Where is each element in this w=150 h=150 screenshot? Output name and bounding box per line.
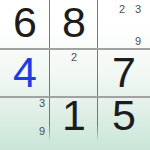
cell-r2-c2[interactable]: 5 bbox=[98, 97, 150, 138]
note-empty bbox=[114, 17, 130, 33]
cell-r1-c1[interactable]: 2 bbox=[50, 49, 98, 97]
given-digit: 5 bbox=[112, 94, 136, 142]
pencil-notes: 2 bbox=[50, 49, 98, 97]
note-2: 2 bbox=[66, 49, 82, 65]
note-empty bbox=[34, 111, 50, 125]
note-empty bbox=[50, 49, 66, 65]
note-empty bbox=[98, 33, 114, 49]
given-digit: 1 bbox=[62, 94, 86, 142]
note-empty bbox=[98, 1, 114, 17]
note-empty bbox=[82, 65, 98, 81]
given-digit: 7 bbox=[112, 51, 136, 95]
given-digit: 8 bbox=[62, 1, 86, 48]
note-empty bbox=[2, 97, 18, 111]
cell-r2-c1[interactable]: 1 bbox=[50, 97, 98, 138]
given-digit: 6 bbox=[13, 1, 37, 48]
user-digit: 4 bbox=[13, 51, 37, 95]
note-9: 9 bbox=[130, 33, 146, 49]
note-empty bbox=[50, 65, 66, 81]
note-empty bbox=[114, 33, 130, 49]
note-empty bbox=[18, 111, 34, 125]
cell-r1-c2[interactable]: 7 bbox=[98, 49, 150, 97]
note-3: 3 bbox=[34, 97, 50, 111]
note-empty bbox=[130, 17, 146, 33]
cell-r0-c1[interactable]: 8 bbox=[50, 0, 98, 49]
note-3: 3 bbox=[130, 1, 146, 17]
note-9: 9 bbox=[34, 124, 50, 138]
pencil-notes: 39 bbox=[2, 97, 50, 138]
pencil-notes: 239 bbox=[98, 1, 146, 49]
note-empty bbox=[98, 17, 114, 33]
note-empty bbox=[2, 124, 18, 138]
note-empty bbox=[2, 111, 18, 125]
cell-r0-c2[interactable]: 239 bbox=[98, 0, 150, 49]
cell-r2-c0[interactable]: 39 bbox=[0, 97, 50, 138]
note-empty bbox=[18, 124, 34, 138]
sudoku-screen: 682394273915 bbox=[0, 0, 150, 150]
cell-r1-c0[interactable]: 4 bbox=[0, 49, 50, 97]
sudoku-board: 682394273915 bbox=[0, 0, 150, 150]
cell-r0-c0[interactable]: 6 bbox=[0, 0, 50, 49]
note-empty bbox=[18, 97, 34, 111]
note-2: 2 bbox=[114, 1, 130, 17]
note-empty bbox=[82, 49, 98, 65]
note-empty bbox=[66, 65, 82, 81]
